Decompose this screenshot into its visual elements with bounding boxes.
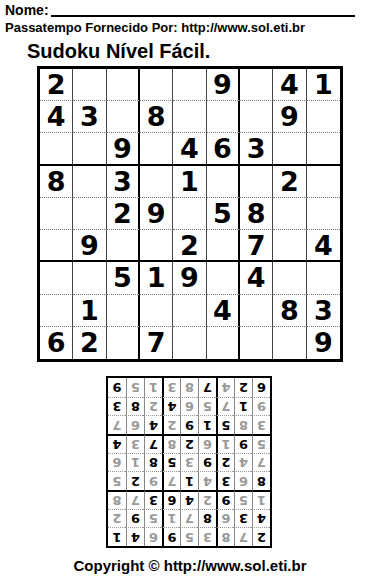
sudoku-cell: 3 [240, 133, 273, 165]
sudoku-cell [173, 295, 206, 327]
sudoku-cell [240, 69, 273, 101]
sudoku-cell [73, 198, 106, 230]
sudoku-cell [173, 198, 206, 230]
sudoku-cell [273, 133, 306, 165]
solution-cell: 3 [108, 397, 126, 416]
solution-cell: 2 [144, 397, 162, 416]
solution-cell: 5 [144, 509, 162, 528]
solution-cell: 6 [108, 453, 126, 472]
solution-cell: 8 [108, 490, 126, 509]
solution-cell: 3 [216, 471, 234, 490]
sudoku-cell [40, 198, 73, 230]
solution-cell: 2 [252, 527, 270, 546]
solution-cell: 4 [144, 415, 162, 434]
sudoku-cell [240, 327, 273, 359]
sudoku-cell [40, 230, 73, 262]
solution-cell: 4 [162, 397, 180, 416]
sudoku-cell [273, 198, 306, 230]
sudoku-cell [207, 327, 240, 359]
sudoku-cell [207, 262, 240, 294]
solution-cell: 4 [108, 434, 126, 453]
solution-cell: 9 [180, 415, 198, 434]
sudoku-cell: 4 [240, 262, 273, 294]
sudoku-cell [73, 133, 106, 165]
sudoku-cell: 2 [40, 69, 73, 101]
solution-cell: 9 [126, 509, 144, 528]
solution-cell: 2 [216, 453, 234, 472]
solution-cell: 8 [162, 434, 180, 453]
sudoku-cell [107, 101, 140, 133]
solution-cell: 7 [108, 415, 126, 434]
sudoku-cell [307, 133, 340, 165]
sudoku-cell: 3 [307, 295, 340, 327]
sudoku-cell: 4 [307, 230, 340, 262]
solution-cell: 1 [234, 397, 252, 416]
solution-cell: 9 [108, 378, 126, 397]
solution-cell: 9 [198, 453, 216, 472]
sudoku-cell: 1 [140, 262, 173, 294]
solution-cell: 7 [216, 397, 234, 416]
sudoku-cell [207, 230, 240, 262]
sudoku-cell [107, 230, 140, 262]
solution-cell: 7 [162, 471, 180, 490]
solution-cell: 6 [234, 471, 252, 490]
solution-cell: 8 [198, 509, 216, 528]
sudoku-cell: 8 [240, 198, 273, 230]
solution-cell: 8 [234, 415, 252, 434]
solution-cell: 6 [180, 397, 198, 416]
solution-cell: 8 [180, 378, 198, 397]
sudoku-cell [173, 101, 206, 133]
sudoku-cell [107, 295, 140, 327]
solution-cell: 6 [198, 434, 216, 453]
sudoku-cell [140, 133, 173, 165]
solution-cell: 5 [180, 527, 198, 546]
solution-cell: 6 [126, 415, 144, 434]
sudoku-cell: 9 [173, 262, 206, 294]
name-row: Nome: [5, 2, 355, 18]
sudoku-cell [307, 198, 340, 230]
solution-cell: 6 [144, 527, 162, 546]
sudoku-cell: 9 [73, 230, 106, 262]
solution-cell: 6 [162, 490, 180, 509]
sudoku-cell [273, 262, 306, 294]
solution-cell: 3 [252, 415, 270, 434]
sudoku-cell [40, 262, 73, 294]
sudoku-cell: 8 [140, 101, 173, 133]
sudoku-cell: 4 [40, 101, 73, 133]
sudoku-cell: 1 [307, 69, 340, 101]
sudoku-cell: 1 [73, 295, 106, 327]
sudoku-cell: 6 [40, 327, 73, 359]
sudoku-cell: 8 [40, 166, 73, 198]
solution-cell: 2 [126, 471, 144, 490]
solution-cell: 2 [198, 490, 216, 509]
sudoku-cell: 9 [207, 69, 240, 101]
solution-cell: 8 [126, 397, 144, 416]
solution-cell: 5 [162, 453, 180, 472]
solution-cell: 1 [252, 490, 270, 509]
solution-cell: 4 [234, 453, 252, 472]
sudoku-cell [107, 69, 140, 101]
solution-cell: 4 [126, 527, 144, 546]
solution-cell: 4 [180, 490, 198, 509]
sudoku-cell [40, 295, 73, 327]
solution-cell: 9 [144, 471, 162, 490]
solution-cell: 3 [180, 453, 198, 472]
solution-cell: 8 [252, 471, 270, 490]
sudoku-cell: 6 [207, 133, 240, 165]
sudoku-cell [40, 133, 73, 165]
solution-cell: 3 [126, 434, 144, 453]
sudoku-cell [140, 69, 173, 101]
sudoku-board: 294143899463831229589274519414836279 [37, 66, 343, 362]
sudoku-cell: 2 [73, 327, 106, 359]
sudoku-cell: 9 [307, 327, 340, 359]
sudoku-cell [173, 327, 206, 359]
solution-cell: 1 [108, 527, 126, 546]
provider-text: Passatempo Fornecido Por: http://www.sol… [5, 20, 305, 35]
sudoku-cell [207, 101, 240, 133]
name-label: Nome: [5, 2, 49, 18]
solution-cell: 8 [144, 453, 162, 472]
sudoku-cell: 4 [173, 133, 206, 165]
page-title: Sudoku Nível Fácil. [27, 40, 210, 63]
solution-cell: 1 [198, 415, 216, 434]
sudoku-cell [307, 262, 340, 294]
sudoku-cell: 3 [107, 166, 140, 198]
sudoku-cell [207, 166, 240, 198]
sudoku-cell [273, 230, 306, 262]
solution-cell: 6 [216, 509, 234, 528]
sudoku-cell [273, 327, 306, 359]
sudoku-cell [140, 230, 173, 262]
solution-cell: 1 [144, 378, 162, 397]
sudoku-cell [140, 166, 173, 198]
solution-cell: 1 [216, 434, 234, 453]
copyright-text: Copyright © http://www.sol.eti.br [0, 557, 380, 574]
solution-cell: 7 [234, 527, 252, 546]
solution-cell: 3 [162, 378, 180, 397]
solution-cell: 5 [234, 490, 252, 509]
sudoku-cell: 3 [73, 101, 106, 133]
sudoku-cell [73, 69, 106, 101]
solution-cell: 1 [162, 509, 180, 528]
solution-cell: 5 [252, 434, 270, 453]
solution-cell: 1 [180, 471, 198, 490]
sudoku-cell: 9 [107, 133, 140, 165]
sudoku-cell: 4 [273, 69, 306, 101]
solution-cell: 9 [252, 397, 270, 416]
solution-cell: 4 [198, 471, 216, 490]
solution-cell: 7 [198, 378, 216, 397]
sudoku-cell: 8 [273, 295, 306, 327]
solution-cell: 7 [252, 453, 270, 472]
solution-cell: 2 [162, 415, 180, 434]
solution-cell: 4 [216, 378, 234, 397]
sudoku-cell: 5 [207, 198, 240, 230]
solution-cell: 4 [252, 509, 270, 528]
sudoku-cell: 1 [173, 166, 206, 198]
solution-cell: 7 [144, 434, 162, 453]
sudoku-cell: 7 [140, 327, 173, 359]
solution-cell: 3 [234, 509, 252, 528]
solution-cell: 5 [216, 415, 234, 434]
sudoku-cell [73, 262, 106, 294]
name-underline [51, 15, 355, 17]
sudoku-cell [240, 101, 273, 133]
sudoku-cell [140, 295, 173, 327]
sudoku-cell: 2 [273, 166, 306, 198]
solution-cell: 7 [180, 509, 198, 528]
sudoku-cell: 5 [107, 262, 140, 294]
sudoku-cell [307, 101, 340, 133]
solution-cell: 1 [126, 453, 144, 472]
solution-cell: 2 [234, 378, 252, 397]
solution-cell: 6 [252, 378, 270, 397]
solution-cell: 5 [198, 397, 216, 416]
sudoku-cell: 7 [240, 230, 273, 262]
solution-cell: 9 [234, 434, 252, 453]
sudoku-cell [240, 295, 273, 327]
solution-cell: 7 [126, 490, 144, 509]
sudoku-cell [240, 166, 273, 198]
sudoku-cell: 9 [273, 101, 306, 133]
solution-cell: 8 [216, 527, 234, 546]
solution-board: 2783596414368715921592463788634179257429… [106, 376, 272, 548]
sudoku-cell [307, 166, 340, 198]
sudoku-cell: 2 [107, 198, 140, 230]
solution-cell: 2 [108, 509, 126, 528]
sudoku-cell [73, 166, 106, 198]
solution-cell: 5 [126, 378, 144, 397]
solution-cell: 2 [180, 434, 198, 453]
solution-cell: 9 [216, 490, 234, 509]
sudoku-cell: 2 [173, 230, 206, 262]
sudoku-cell [107, 327, 140, 359]
sudoku-cell: 4 [207, 295, 240, 327]
sudoku-cell: 9 [140, 198, 173, 230]
solution-cell: 9 [162, 527, 180, 546]
solution-cell: 3 [144, 490, 162, 509]
solution-cell: 3 [198, 527, 216, 546]
solution-cell: 5 [108, 471, 126, 490]
sudoku-cell [173, 69, 206, 101]
